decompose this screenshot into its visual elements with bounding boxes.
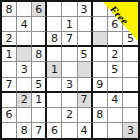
sudoku-board: 863416287518523157539217462887643 Free [0,0,140,140]
sudoku-cell-r4c8[interactable]: 2 [108,47,123,62]
sudoku-cell-r9c6[interactable]: 4 [78,123,93,138]
sudoku-cell-r5c7[interactable] [93,62,108,77]
sudoku-cell-r3c5[interactable]: 7 [62,32,77,47]
sudoku-cell-r2c7[interactable] [93,17,108,32]
sudoku-cell-r7c3[interactable]: 1 [32,93,47,108]
sudoku-cell-r6c3[interactable]: 5 [32,78,47,93]
sudoku-cell-r4c7[interactable] [93,47,108,62]
sudoku-cell-r6c7[interactable]: 9 [93,78,108,93]
sudoku-cell-r3c3[interactable] [32,32,47,47]
sudoku-cell-r4c2[interactable] [17,47,32,62]
sudoku-cell-r9c9[interactable]: 3 [123,123,138,138]
sudoku-cell-r7c1[interactable] [2,93,17,108]
sudoku-cell-r8c9[interactable] [123,108,138,123]
sudoku-cell-r4c9[interactable] [123,47,138,62]
sudoku-cell-r9c7[interactable] [93,123,108,138]
sudoku-cell-r1c6[interactable]: 3 [78,2,93,17]
sudoku-cell-r6c4[interactable] [47,78,62,93]
sudoku-cell-r7c6[interactable]: 7 [78,93,93,108]
sudoku-cell-r5c8[interactable]: 5 [108,62,123,77]
sudoku-cell-r5c5[interactable] [62,62,77,77]
sudoku-cell-r9c4[interactable]: 6 [47,123,62,138]
sudoku-cell-r9c1[interactable] [2,123,17,138]
sudoku-cell-r2c9[interactable] [123,17,138,32]
sudoku-cell-r7c9[interactable] [123,93,138,108]
sudoku-cell-r6c8[interactable] [108,78,123,93]
sudoku-cell-r8c7[interactable]: 8 [93,108,108,123]
sudoku-cell-r8c4[interactable] [47,108,62,123]
sudoku-cell-r2c8[interactable]: 6 [108,17,123,32]
sudoku-cell-r7c7[interactable] [93,93,108,108]
sudoku-cell-r5c1[interactable] [2,62,17,77]
sudoku-cell-r1c2[interactable] [17,2,32,17]
sudoku-cell-r7c8[interactable]: 4 [108,93,123,108]
sudoku-cell-r8c1[interactable]: 6 [2,108,17,123]
sudoku-cell-r3c1[interactable]: 2 [2,32,17,47]
sudoku-cell-r7c4[interactable] [47,93,62,108]
sudoku-cell-r3c6[interactable] [78,32,93,47]
sudoku-cell-r7c5[interactable] [62,93,77,108]
sudoku-cell-r1c5[interactable] [62,2,77,17]
sudoku-cell-r2c6[interactable] [78,17,93,32]
sudoku-cell-r1c8[interactable] [108,2,123,17]
sudoku-cell-r6c2[interactable] [17,78,32,93]
sudoku-grid: 863416287518523157539217462887643 [2,2,138,138]
sudoku-cell-r9c2[interactable]: 8 [17,123,32,138]
sudoku-cell-r2c5[interactable]: 1 [62,17,77,32]
sudoku-cell-r4c4[interactable] [47,47,62,62]
sudoku-cell-r3c8[interactable] [108,32,123,47]
sudoku-cell-r1c9[interactable] [123,2,138,17]
sudoku-cell-r4c3[interactable]: 8 [32,47,47,62]
sudoku-cell-r4c6[interactable]: 5 [78,47,93,62]
sudoku-cell-r8c6[interactable] [78,108,93,123]
sudoku-cell-r1c1[interactable]: 8 [2,2,17,17]
sudoku-cell-r1c4[interactable] [47,2,62,17]
sudoku-cell-r6c5[interactable]: 3 [62,78,77,93]
sudoku-cell-r2c1[interactable] [2,17,17,32]
sudoku-cell-r9c8[interactable] [108,123,123,138]
sudoku-cell-r1c3[interactable]: 6 [32,2,47,17]
sudoku-cell-r6c1[interactable]: 7 [2,78,17,93]
sudoku-cell-r3c9[interactable]: 5 [123,32,138,47]
sudoku-cell-r5c6[interactable] [78,62,93,77]
sudoku-cell-r7c2[interactable]: 2 [17,93,32,108]
sudoku-cell-r3c4[interactable]: 8 [47,32,62,47]
sudoku-cell-r4c5[interactable] [62,47,77,62]
sudoku-cell-r4c1[interactable]: 1 [2,47,17,62]
sudoku-cell-r2c4[interactable] [47,17,62,32]
sudoku-cell-r2c2[interactable]: 4 [17,17,32,32]
sudoku-cell-r8c2[interactable] [17,108,32,123]
sudoku-cell-r5c4[interactable]: 1 [47,62,62,77]
sudoku-cell-r5c2[interactable]: 3 [17,62,32,77]
sudoku-cell-r6c6[interactable] [78,78,93,93]
sudoku-cell-r2c3[interactable] [32,17,47,32]
sudoku-cell-r8c8[interactable] [108,108,123,123]
sudoku-cell-r1c7[interactable] [93,2,108,17]
sudoku-cell-r6c9[interactable] [123,78,138,93]
sudoku-cell-r9c5[interactable] [62,123,77,138]
sudoku-cell-r8c3[interactable] [32,108,47,123]
sudoku-cell-r5c3[interactable] [32,62,47,77]
sudoku-cell-r5c9[interactable] [123,62,138,77]
sudoku-cell-r8c5[interactable]: 2 [62,108,77,123]
sudoku-cell-r9c3[interactable]: 7 [32,123,47,138]
sudoku-cell-r3c7[interactable] [93,32,108,47]
sudoku-cell-r3c2[interactable] [17,32,32,47]
